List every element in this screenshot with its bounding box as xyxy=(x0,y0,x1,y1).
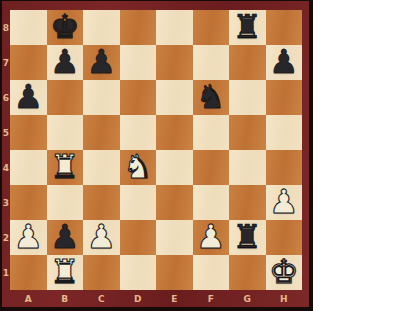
file-label-a: A xyxy=(10,292,47,305)
board-squares: ♚♜♟♟♟♟♞♜♞♟♟♟♟♟♜♜♚ xyxy=(10,10,302,290)
square-f7[interactable] xyxy=(193,45,230,80)
file-label-b: B xyxy=(47,292,84,305)
square-d6[interactable] xyxy=(120,80,157,115)
square-b5[interactable] xyxy=(47,115,84,150)
file-label-c: C xyxy=(83,292,120,305)
square-f5[interactable] xyxy=(193,115,230,150)
square-c2[interactable]: ♟ xyxy=(83,220,120,255)
white-pawn-f2: ♟ xyxy=(196,220,226,254)
square-e4[interactable] xyxy=(156,150,193,185)
rank-labels: 87654321 xyxy=(2,10,10,290)
square-d3[interactable] xyxy=(120,185,157,220)
square-g3[interactable] xyxy=(229,185,266,220)
square-b3[interactable] xyxy=(47,185,84,220)
square-a6[interactable]: ♟ xyxy=(10,80,47,115)
square-a4[interactable] xyxy=(10,150,47,185)
square-c4[interactable] xyxy=(83,150,120,185)
square-h3[interactable]: ♟ xyxy=(266,185,303,220)
square-e1[interactable] xyxy=(156,255,193,290)
square-c6[interactable] xyxy=(83,80,120,115)
square-f3[interactable] xyxy=(193,185,230,220)
square-b2[interactable]: ♟ xyxy=(47,220,84,255)
rank-label-2: 2 xyxy=(2,220,10,255)
square-h4[interactable] xyxy=(266,150,303,185)
chess-board: ♚♜♟♟♟♟♞♜♞♟♟♟♟♟♜♜♚ 87654321 ABCDEFGH xyxy=(0,0,313,311)
square-c8[interactable] xyxy=(83,10,120,45)
rank-label-8: 8 xyxy=(2,10,10,45)
square-h7[interactable]: ♟ xyxy=(266,45,303,80)
rank-label-4: 4 xyxy=(2,150,10,185)
square-e7[interactable] xyxy=(156,45,193,80)
file-label-g: G xyxy=(229,292,266,305)
square-d5[interactable] xyxy=(120,115,157,150)
white-pawn-c2: ♟ xyxy=(86,220,116,254)
square-g1[interactable] xyxy=(229,255,266,290)
square-a3[interactable] xyxy=(10,185,47,220)
black-rook-g8: ♜ xyxy=(232,10,262,44)
rank-label-6: 6 xyxy=(2,80,10,115)
square-f8[interactable] xyxy=(193,10,230,45)
square-h5[interactable] xyxy=(266,115,303,150)
square-f6[interactable]: ♞ xyxy=(193,80,230,115)
square-f4[interactable] xyxy=(193,150,230,185)
square-c7[interactable]: ♟ xyxy=(83,45,120,80)
black-knight-f6: ♞ xyxy=(196,80,226,114)
square-g8[interactable]: ♜ xyxy=(229,10,266,45)
file-label-h: H xyxy=(266,292,303,305)
file-label-d: D xyxy=(120,292,157,305)
square-d2[interactable] xyxy=(120,220,157,255)
square-a2[interactable]: ♟ xyxy=(10,220,47,255)
white-rook-b1: ♜ xyxy=(50,255,80,289)
square-c5[interactable] xyxy=(83,115,120,150)
black-pawn-b2: ♟ xyxy=(50,220,80,254)
square-e2[interactable] xyxy=(156,220,193,255)
square-b6[interactable] xyxy=(47,80,84,115)
square-a7[interactable] xyxy=(10,45,47,80)
white-rook-b4: ♜ xyxy=(50,150,80,184)
square-b7[interactable]: ♟ xyxy=(47,45,84,80)
screenshot-stage: ♚♜♟♟♟♟♞♜♞♟♟♟♟♟♜♜♚ 87654321 ABCDEFGH xyxy=(0,0,414,311)
file-labels: ABCDEFGH xyxy=(10,292,302,305)
square-b4[interactable]: ♜ xyxy=(47,150,84,185)
square-h2[interactable] xyxy=(266,220,303,255)
square-g7[interactable] xyxy=(229,45,266,80)
square-e6[interactable] xyxy=(156,80,193,115)
rank-label-5: 5 xyxy=(2,115,10,150)
square-h8[interactable] xyxy=(266,10,303,45)
rank-label-7: 7 xyxy=(2,45,10,80)
black-pawn-c7: ♟ xyxy=(86,45,116,79)
white-knight-d4: ♞ xyxy=(123,150,153,184)
square-d8[interactable] xyxy=(120,10,157,45)
square-a1[interactable] xyxy=(10,255,47,290)
black-king-b8: ♚ xyxy=(50,10,80,44)
square-g6[interactable] xyxy=(229,80,266,115)
square-a5[interactable] xyxy=(10,115,47,150)
square-c3[interactable] xyxy=(83,185,120,220)
black-pawn-a6: ♟ xyxy=(13,80,43,114)
rank-label-3: 3 xyxy=(2,185,10,220)
black-pawn-h7: ♟ xyxy=(269,45,299,79)
black-pawn-b7: ♟ xyxy=(50,45,80,79)
square-d7[interactable] xyxy=(120,45,157,80)
square-f2[interactable]: ♟ xyxy=(193,220,230,255)
square-c1[interactable] xyxy=(83,255,120,290)
white-king-h1: ♚ xyxy=(269,255,299,289)
square-d4[interactable]: ♞ xyxy=(120,150,157,185)
square-g2[interactable]: ♜ xyxy=(229,220,266,255)
square-e8[interactable] xyxy=(156,10,193,45)
square-f1[interactable] xyxy=(193,255,230,290)
square-b8[interactable]: ♚ xyxy=(47,10,84,45)
file-label-e: E xyxy=(156,292,193,305)
square-h6[interactable] xyxy=(266,80,303,115)
square-g5[interactable] xyxy=(229,115,266,150)
black-rook-g2: ♜ xyxy=(232,220,262,254)
square-b1[interactable]: ♜ xyxy=(47,255,84,290)
file-label-f: F xyxy=(193,292,230,305)
white-pawn-a2: ♟ xyxy=(13,220,43,254)
square-a8[interactable] xyxy=(10,10,47,45)
square-h1[interactable]: ♚ xyxy=(266,255,303,290)
square-g4[interactable] xyxy=(229,150,266,185)
white-pawn-h3: ♟ xyxy=(269,185,299,219)
rank-label-1: 1 xyxy=(2,255,10,290)
square-e5[interactable] xyxy=(156,115,193,150)
square-d1[interactable] xyxy=(120,255,157,290)
square-e3[interactable] xyxy=(156,185,193,220)
